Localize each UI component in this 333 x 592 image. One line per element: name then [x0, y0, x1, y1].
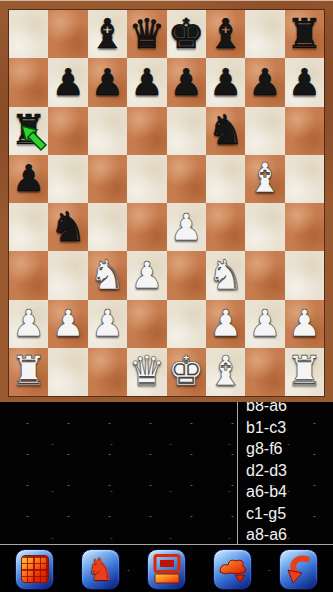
square-g7[interactable]: ♟ — [245, 58, 284, 106]
square-a2[interactable]: ♟ — [9, 300, 48, 348]
square-d1[interactable]: ♛ — [127, 348, 166, 396]
piece-white-pawn: ♟ — [206, 300, 245, 348]
move-entry: b1-c3 — [246, 417, 333, 439]
square-h2[interactable]: ♟ — [285, 300, 324, 348]
chess-board[interactable]: ♝♛♚♝♜♟♟♟♟♟♟♟♜♞♟♝♞♟♞♟♞♟♟♟♟♟♟♜♛♚♝♜ — [9, 10, 324, 396]
computer-button[interactable] — [147, 549, 186, 590]
board-frame: ♝♛♚♝♜♟♟♟♟♟♟♟♜♞♟♝♞♟♞♟♞♟♟♟♟♟♟♜♛♚♝♜ — [0, 0, 333, 402]
move-entry: c1-g5 — [246, 503, 333, 525]
square-e2[interactable] — [167, 300, 206, 348]
pieces-icon — [218, 555, 248, 583]
square-c5[interactable] — [88, 155, 127, 203]
knight-icon: ♞ — [87, 554, 115, 585]
square-f6[interactable]: ♞ — [206, 107, 245, 155]
piece-white-pawn: ♟ — [167, 203, 206, 251]
square-h7[interactable]: ♟ — [285, 58, 324, 106]
piece-white-king: ♚ — [167, 348, 206, 396]
square-g4[interactable] — [245, 203, 284, 251]
square-b4[interactable]: ♞ — [48, 203, 87, 251]
square-f4[interactable] — [206, 203, 245, 251]
square-b2[interactable]: ♟ — [48, 300, 87, 348]
move-list[interactable]: b8-a6b1-c3g8-f6d2-d3a6-b4c1-g5a8-a6 — [237, 402, 333, 544]
piece-white-pawn: ♟ — [245, 300, 284, 348]
square-g2[interactable]: ♟ — [245, 300, 284, 348]
move-entry: a8-a6 — [246, 524, 333, 544]
piece-white-knight: ♞ — [206, 251, 245, 299]
piece-white-bishop: ♝ — [206, 348, 245, 396]
square-b1[interactable] — [48, 348, 87, 396]
square-a4[interactable] — [9, 203, 48, 251]
piece-white-knight: ♞ — [88, 251, 127, 299]
pieces-button[interactable] — [213, 549, 252, 590]
monitor-icon — [153, 554, 181, 584]
square-b8[interactable] — [48, 10, 87, 58]
square-f1[interactable]: ♝ — [206, 348, 245, 396]
square-b6[interactable] — [48, 107, 87, 155]
piece-black-bishop: ♝ — [206, 10, 245, 58]
piece-white-rook: ♜ — [285, 348, 324, 396]
square-b7[interactable]: ♟ — [48, 58, 87, 106]
square-e5[interactable] — [167, 155, 206, 203]
piece-black-rook: ♜ — [285, 10, 324, 58]
square-a7[interactable] — [9, 58, 48, 106]
piece-black-pawn: ♟ — [9, 155, 48, 203]
square-c6[interactable] — [88, 107, 127, 155]
square-c8[interactable]: ♝ — [88, 10, 127, 58]
piece-black-knight: ♞ — [48, 203, 87, 251]
square-b5[interactable] — [48, 155, 87, 203]
piece-black-bishop: ♝ — [88, 10, 127, 58]
piece-white-pawn: ♟ — [127, 251, 166, 299]
piece-black-knight: ♞ — [206, 107, 245, 155]
square-g8[interactable] — [245, 10, 284, 58]
square-h3[interactable] — [285, 251, 324, 299]
board-button[interactable] — [15, 549, 54, 590]
square-c7[interactable]: ♟ — [88, 58, 127, 106]
square-d6[interactable] — [127, 107, 166, 155]
move-entry: d2-d3 — [246, 460, 333, 482]
square-f3[interactable]: ♞ — [206, 251, 245, 299]
square-d5[interactable] — [127, 155, 166, 203]
square-a6[interactable]: ♜ — [9, 107, 48, 155]
piece-black-queen: ♛ — [127, 10, 166, 58]
square-f7[interactable]: ♟ — [206, 58, 245, 106]
square-g6[interactable] — [245, 107, 284, 155]
square-e7[interactable]: ♟ — [167, 58, 206, 106]
grid-board-icon — [21, 555, 49, 583]
square-d2[interactable] — [127, 300, 166, 348]
piece-black-pawn: ♟ — [167, 58, 206, 106]
square-f5[interactable] — [206, 155, 245, 203]
move-entry: b8-a6 — [246, 402, 333, 417]
square-c4[interactable] — [88, 203, 127, 251]
square-h6[interactable] — [285, 107, 324, 155]
square-h1[interactable]: ♜ — [285, 348, 324, 396]
info-panel: ♞ Player 00:03:05 ♞ Computer 00:00:01 b8… — [0, 402, 333, 545]
square-e3[interactable] — [167, 251, 206, 299]
square-d4[interactable] — [127, 203, 166, 251]
square-e1[interactable]: ♚ — [167, 348, 206, 396]
square-c1[interactable] — [88, 348, 127, 396]
square-g5[interactable]: ♝ — [245, 155, 284, 203]
piece-white-queen: ♛ — [127, 348, 166, 396]
piece-black-pawn: ♟ — [245, 58, 284, 106]
square-c3[interactable]: ♞ — [88, 251, 127, 299]
square-c2[interactable]: ♟ — [88, 300, 127, 348]
square-f2[interactable]: ♟ — [206, 300, 245, 348]
square-a8[interactable] — [9, 10, 48, 58]
piece-black-pawn: ♟ — [48, 58, 87, 106]
square-e8[interactable]: ♚ — [167, 10, 206, 58]
square-a3[interactable] — [9, 251, 48, 299]
last-move-arrow-icon — [21, 125, 48, 152]
square-e4[interactable]: ♟ — [167, 203, 206, 251]
move-entry: a6-b4 — [246, 481, 333, 503]
piece-white-pawn: ♟ — [9, 300, 48, 348]
chess-app-screen: ♝♛♚♝♜♟♟♟♟♟♟♟♜♞♟♝♞♟♞♟♞♟♟♟♟♟♟♜♛♚♝♜ ♞ Playe… — [0, 0, 333, 592]
square-f8[interactable]: ♝ — [206, 10, 245, 58]
piece-black-pawn: ♟ — [206, 58, 245, 106]
square-h5[interactable] — [285, 155, 324, 203]
undo-arrow-icon — [285, 554, 313, 584]
piece-black-king: ♚ — [167, 10, 206, 58]
square-g3[interactable] — [245, 251, 284, 299]
undo-button[interactable] — [279, 549, 318, 590]
square-e6[interactable] — [167, 107, 206, 155]
knight-button[interactable]: ♞ — [81, 549, 120, 590]
square-a5[interactable]: ♟ — [9, 155, 48, 203]
piece-white-rook: ♜ — [9, 348, 48, 396]
square-d7[interactable]: ♟ — [127, 58, 166, 106]
piece-black-pawn: ♟ — [88, 58, 127, 106]
move-entry: g8-f6 — [246, 438, 333, 460]
piece-white-pawn: ♟ — [48, 300, 87, 348]
square-g1[interactable] — [245, 348, 284, 396]
square-h4[interactable] — [285, 203, 324, 251]
toolbar: ♞ — [0, 546, 333, 592]
piece-black-pawn: ♟ — [127, 58, 166, 106]
piece-white-pawn: ♟ — [285, 300, 324, 348]
piece-white-pawn: ♟ — [88, 300, 127, 348]
square-d8[interactable]: ♛ — [127, 10, 166, 58]
square-d3[interactable]: ♟ — [127, 251, 166, 299]
square-b3[interactable] — [48, 251, 87, 299]
piece-black-pawn: ♟ — [285, 58, 324, 106]
square-a1[interactable]: ♜ — [9, 348, 48, 396]
square-h8[interactable]: ♜ — [285, 10, 324, 58]
piece-white-bishop: ♝ — [245, 155, 284, 203]
